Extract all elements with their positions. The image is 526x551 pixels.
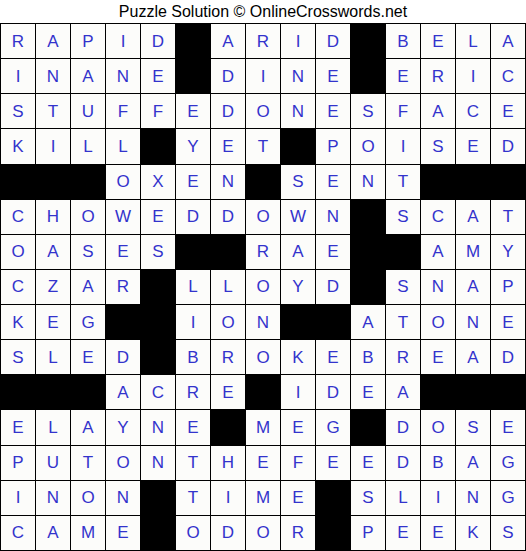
cell-letter: T bbox=[188, 489, 198, 506]
cell-letter: D bbox=[502, 138, 514, 155]
cell-letter: A bbox=[432, 103, 443, 120]
cell-letter: A bbox=[362, 314, 373, 331]
grid-cell: G bbox=[71, 305, 105, 339]
grid-cell: N bbox=[211, 165, 245, 199]
grid-cell: E bbox=[281, 481, 315, 515]
cell-letter: D bbox=[187, 208, 199, 225]
grid-cell: K bbox=[1, 305, 35, 339]
cell-letter: E bbox=[467, 138, 478, 155]
black-cell bbox=[211, 410, 245, 444]
grid-cell: N bbox=[456, 305, 490, 339]
black-cell bbox=[316, 481, 350, 515]
grid-cell: T bbox=[386, 305, 420, 339]
grid-cell: S bbox=[141, 235, 175, 269]
grid-cell: E bbox=[491, 410, 525, 444]
grid-cell: R bbox=[281, 516, 315, 550]
cell-letter: E bbox=[187, 103, 198, 120]
grid-cell: E bbox=[1, 410, 35, 444]
cell-letter: G bbox=[81, 314, 94, 331]
grid-cell: E bbox=[316, 340, 350, 374]
black-cell bbox=[141, 516, 175, 550]
grid-cell: E bbox=[141, 59, 175, 93]
grid-cell: S bbox=[281, 165, 315, 199]
grid-cell: E bbox=[176, 94, 210, 128]
grid-cell: N bbox=[316, 200, 350, 234]
cell-letter: D bbox=[152, 33, 164, 50]
cell-letter: N bbox=[362, 173, 374, 190]
grid-cell: E bbox=[71, 340, 105, 374]
cell-letter: L bbox=[188, 278, 197, 295]
grid-cell: E bbox=[421, 516, 455, 550]
crossword-grid: RAPIDARIDBELAINANEDINEERICSTUFFEDONESFAC… bbox=[0, 23, 526, 551]
cell-letter: I bbox=[16, 68, 21, 85]
cell-letter: T bbox=[48, 103, 58, 120]
grid-cell: A bbox=[456, 270, 490, 304]
grid-cell: L bbox=[36, 340, 70, 374]
cell-letter: R bbox=[187, 384, 199, 401]
cell-letter: A bbox=[82, 68, 93, 85]
cell-letter: R bbox=[117, 278, 129, 295]
cell-letter: L bbox=[48, 349, 57, 366]
cell-letter: A bbox=[47, 243, 58, 260]
black-cell bbox=[351, 200, 385, 234]
grid-cell: I bbox=[421, 481, 455, 515]
cell-letter: E bbox=[152, 208, 163, 225]
black-cell bbox=[351, 410, 385, 444]
grid-cell: E bbox=[316, 165, 350, 199]
grid-cell: Y bbox=[106, 410, 140, 444]
cell-letter: E bbox=[257, 454, 268, 471]
black-cell bbox=[71, 165, 105, 199]
cell-letter: T bbox=[398, 314, 408, 331]
grid-cell: N bbox=[421, 270, 455, 304]
grid-cell: O bbox=[246, 270, 280, 304]
grid-cell: S bbox=[71, 235, 105, 269]
black-cell bbox=[281, 305, 315, 339]
cell-letter: C bbox=[152, 384, 164, 401]
cell-letter: N bbox=[467, 314, 479, 331]
grid-cell: B bbox=[351, 340, 385, 374]
grid-cell: M bbox=[71, 516, 105, 550]
cell-letter: N bbox=[47, 68, 59, 85]
grid-cell: Y bbox=[281, 270, 315, 304]
grid-cell: E bbox=[281, 410, 315, 444]
cell-letter: E bbox=[152, 68, 163, 85]
cell-letter: O bbox=[11, 243, 24, 260]
grid-cell: D bbox=[211, 516, 245, 550]
grid-cell: O bbox=[421, 410, 455, 444]
grid-cell: R bbox=[386, 340, 420, 374]
cell-letter: E bbox=[292, 489, 303, 506]
grid-cell: D bbox=[491, 340, 525, 374]
cell-letter: D bbox=[327, 278, 339, 295]
grid-cell: I bbox=[36, 129, 70, 163]
grid-cell: R bbox=[246, 24, 280, 58]
cell-letter: E bbox=[327, 68, 338, 85]
grid-cell: C bbox=[1, 270, 35, 304]
grid-cell: E bbox=[386, 516, 420, 550]
cell-letter: I bbox=[261, 68, 266, 85]
grid-cell: D bbox=[106, 340, 140, 374]
cell-letter: D bbox=[222, 524, 234, 541]
cell-letter: E bbox=[362, 454, 373, 471]
cell-letter: G bbox=[326, 419, 339, 436]
cell-letter: I bbox=[226, 489, 231, 506]
black-cell bbox=[141, 305, 175, 339]
grid-cell: O bbox=[246, 516, 280, 550]
grid-cell: L bbox=[36, 410, 70, 444]
cell-letter: I bbox=[436, 489, 441, 506]
grid-cell: E bbox=[316, 446, 350, 480]
cell-letter: B bbox=[397, 33, 408, 50]
grid-cell: L bbox=[71, 129, 105, 163]
cell-letter: O bbox=[431, 419, 444, 436]
cell-letter: O bbox=[361, 138, 374, 155]
cell-letter: A bbox=[432, 243, 443, 260]
grid-cell: L bbox=[176, 270, 210, 304]
cell-letter: N bbox=[432, 278, 444, 295]
cell-letter: A bbox=[117, 384, 128, 401]
cell-letter: N bbox=[292, 103, 304, 120]
grid-cell: A bbox=[71, 410, 105, 444]
grid-cell: I bbox=[1, 59, 35, 93]
grid-cell: T bbox=[36, 94, 70, 128]
cell-letter: R bbox=[257, 243, 269, 260]
cell-letter: O bbox=[186, 524, 199, 541]
cell-letter: M bbox=[466, 243, 480, 260]
grid-cell: N bbox=[106, 59, 140, 93]
grid-cell: S bbox=[386, 200, 420, 234]
cell-letter: P bbox=[12, 454, 23, 471]
cell-letter: A bbox=[82, 278, 93, 295]
grid-cell: F bbox=[386, 94, 420, 128]
grid-cell: S bbox=[1, 94, 35, 128]
cell-letter: A bbox=[82, 419, 93, 436]
grid-cell: D bbox=[316, 375, 350, 409]
grid-cell: A bbox=[36, 24, 70, 58]
grid-cell: N bbox=[281, 59, 315, 93]
black-cell bbox=[456, 375, 490, 409]
grid-cell: E bbox=[456, 129, 490, 163]
grid-cell: A bbox=[421, 94, 455, 128]
grid-cell: A bbox=[71, 270, 105, 304]
grid-cell: A bbox=[456, 340, 490, 374]
black-cell bbox=[351, 59, 385, 93]
grid-cell: S bbox=[491, 516, 525, 550]
cell-letter: A bbox=[467, 454, 478, 471]
cell-letter: E bbox=[432, 524, 443, 541]
black-cell bbox=[141, 481, 175, 515]
cell-letter: A bbox=[502, 33, 513, 50]
page-title: Puzzle Solution © OnlineCrosswords.net bbox=[119, 3, 407, 21]
grid-cell: A bbox=[36, 516, 70, 550]
cell-letter: S bbox=[362, 103, 373, 120]
cell-letter: B bbox=[187, 349, 198, 366]
cell-letter: G bbox=[501, 489, 514, 506]
cell-letter: L bbox=[118, 138, 127, 155]
grid-cell: E bbox=[316, 235, 350, 269]
grid-cell: C bbox=[491, 59, 525, 93]
cell-letter: F bbox=[153, 103, 163, 120]
grid-cell: A bbox=[456, 200, 490, 234]
black-cell bbox=[176, 59, 210, 93]
cell-letter: Y bbox=[187, 138, 198, 155]
black-cell bbox=[421, 165, 455, 199]
cell-letter: C bbox=[432, 208, 444, 225]
cell-letter: D bbox=[397, 454, 409, 471]
cell-letter: S bbox=[397, 278, 408, 295]
cell-letter: P bbox=[327, 138, 338, 155]
grid-cell: S bbox=[456, 410, 490, 444]
cell-letter: I bbox=[401, 138, 406, 155]
cell-letter: C bbox=[12, 208, 24, 225]
grid-cell: E bbox=[351, 446, 385, 480]
cell-letter: I bbox=[16, 489, 21, 506]
puzzle-solution-page: Puzzle Solution © OnlineCrosswords.net R… bbox=[0, 0, 526, 551]
cell-letter: N bbox=[222, 173, 234, 190]
grid-cell: X bbox=[141, 165, 175, 199]
cell-letter: O bbox=[81, 208, 94, 225]
grid-cell: B bbox=[421, 446, 455, 480]
cell-letter: T bbox=[503, 208, 513, 225]
cell-letter: B bbox=[432, 454, 443, 471]
cell-letter: B bbox=[362, 349, 373, 366]
cell-letter: R bbox=[12, 33, 24, 50]
grid-cell: A bbox=[106, 375, 140, 409]
cell-letter: A bbox=[467, 208, 478, 225]
grid-cell: R bbox=[176, 375, 210, 409]
cell-letter: N bbox=[327, 208, 339, 225]
grid-cell: D bbox=[176, 200, 210, 234]
grid-cell: N bbox=[141, 410, 175, 444]
grid-cell: I bbox=[386, 129, 420, 163]
cell-letter: E bbox=[362, 384, 373, 401]
grid-cell: N bbox=[36, 481, 70, 515]
black-cell bbox=[351, 270, 385, 304]
cell-letter: Y bbox=[502, 243, 513, 260]
grid-cell: D bbox=[386, 410, 420, 444]
cell-letter: E bbox=[222, 138, 233, 155]
grid-cell: R bbox=[246, 235, 280, 269]
cell-letter: I bbox=[51, 138, 56, 155]
cell-letter: L bbox=[398, 489, 407, 506]
grid-cell: E bbox=[106, 516, 140, 550]
grid-cell: L bbox=[456, 24, 490, 58]
grid-cell: I bbox=[281, 24, 315, 58]
cell-letter: E bbox=[327, 349, 338, 366]
grid-cell: I bbox=[456, 59, 490, 93]
grid-cell: O bbox=[211, 305, 245, 339]
cell-letter: D bbox=[397, 419, 409, 436]
grid-cell: D bbox=[316, 270, 350, 304]
cell-letter: O bbox=[256, 208, 269, 225]
cell-letter: R bbox=[257, 33, 269, 50]
grid-cell: E bbox=[176, 410, 210, 444]
grid-cell: T bbox=[176, 446, 210, 480]
grid-cell: I bbox=[106, 24, 140, 58]
grid-cell: H bbox=[36, 200, 70, 234]
black-cell bbox=[176, 235, 210, 269]
grid-cell: E bbox=[316, 94, 350, 128]
title-bar: Puzzle Solution © OnlineCrosswords.net bbox=[0, 0, 526, 23]
cell-letter: O bbox=[221, 314, 234, 331]
black-cell bbox=[421, 375, 455, 409]
black-cell bbox=[246, 375, 280, 409]
cell-letter: D bbox=[222, 103, 234, 120]
cell-letter: E bbox=[327, 173, 338, 190]
cell-letter: K bbox=[12, 314, 23, 331]
cell-letter: D bbox=[222, 208, 234, 225]
cell-letter: Y bbox=[117, 419, 128, 436]
grid-cell: N bbox=[246, 305, 280, 339]
black-cell bbox=[351, 24, 385, 58]
grid-cell: T bbox=[491, 200, 525, 234]
black-cell bbox=[141, 129, 175, 163]
cell-letter: N bbox=[117, 489, 129, 506]
cell-letter: N bbox=[467, 489, 479, 506]
cell-letter: P bbox=[82, 33, 93, 50]
cell-letter: E bbox=[187, 173, 198, 190]
grid-cell: L bbox=[106, 129, 140, 163]
grid-cell: A bbox=[351, 305, 385, 339]
grid-cell: D bbox=[211, 200, 245, 234]
cell-letter: A bbox=[47, 33, 58, 50]
cell-letter: O bbox=[256, 278, 269, 295]
cell-letter: D bbox=[327, 33, 339, 50]
black-cell bbox=[1, 375, 35, 409]
cell-letter: O bbox=[81, 489, 94, 506]
grid-cell: C bbox=[1, 200, 35, 234]
cell-letter: S bbox=[12, 103, 23, 120]
cell-letter: O bbox=[116, 173, 129, 190]
cell-letter: N bbox=[152, 419, 164, 436]
cell-letter: A bbox=[292, 243, 303, 260]
grid-cell: P bbox=[351, 516, 385, 550]
black-cell bbox=[456, 165, 490, 199]
cell-letter: E bbox=[117, 243, 128, 260]
black-cell bbox=[106, 305, 140, 339]
cell-letter: A bbox=[467, 278, 478, 295]
cell-letter: E bbox=[117, 524, 128, 541]
cell-letter: O bbox=[256, 524, 269, 541]
grid-cell: C bbox=[421, 200, 455, 234]
cell-letter: R bbox=[292, 524, 304, 541]
cell-letter: M bbox=[81, 524, 95, 541]
grid-cell: O bbox=[246, 200, 280, 234]
grid-cell: G bbox=[316, 410, 350, 444]
grid-cell: U bbox=[71, 94, 105, 128]
grid-cell: H bbox=[211, 446, 245, 480]
grid-cell: Y bbox=[176, 129, 210, 163]
cell-letter: Y bbox=[292, 278, 303, 295]
grid-cell: M bbox=[456, 235, 490, 269]
cell-letter: F bbox=[398, 103, 408, 120]
grid-cell: E bbox=[351, 375, 385, 409]
grid-cell: Y bbox=[491, 235, 525, 269]
grid-cell: W bbox=[106, 200, 140, 234]
black-cell bbox=[1, 165, 35, 199]
cell-letter: N bbox=[47, 489, 59, 506]
grid-cell: O bbox=[351, 129, 385, 163]
grid-cell: O bbox=[71, 200, 105, 234]
grid-cell: K bbox=[281, 340, 315, 374]
cell-letter: F bbox=[118, 103, 128, 120]
grid-cell: Z bbox=[36, 270, 70, 304]
cell-letter: K bbox=[467, 524, 478, 541]
grid-cell: E bbox=[491, 94, 525, 128]
cell-letter: E bbox=[327, 243, 338, 260]
cell-letter: R bbox=[397, 349, 409, 366]
cell-letter: N bbox=[117, 68, 129, 85]
grid-cell: F bbox=[281, 446, 315, 480]
cell-letter: W bbox=[115, 208, 131, 225]
grid-cell: M bbox=[246, 410, 280, 444]
cell-letter: E bbox=[397, 68, 408, 85]
grid-cell: W bbox=[281, 200, 315, 234]
cell-letter: C bbox=[502, 68, 514, 85]
black-cell bbox=[281, 129, 315, 163]
grid-cell: P bbox=[491, 270, 525, 304]
grid-cell: R bbox=[1, 24, 35, 58]
cell-letter: O bbox=[256, 103, 269, 120]
grid-cell: I bbox=[176, 305, 210, 339]
grid-cell: E bbox=[491, 305, 525, 339]
grid-cell: T bbox=[71, 446, 105, 480]
grid-cell: N bbox=[281, 94, 315, 128]
cell-letter: I bbox=[471, 68, 476, 85]
cell-letter: L bbox=[48, 419, 57, 436]
grid-cell: N bbox=[141, 446, 175, 480]
grid-cell: I bbox=[211, 481, 245, 515]
grid-cell: E bbox=[106, 235, 140, 269]
cell-letter: S bbox=[432, 138, 443, 155]
grid-cell: E bbox=[36, 305, 70, 339]
grid-cell: A bbox=[386, 375, 420, 409]
grid-cell: D bbox=[386, 446, 420, 480]
cell-letter: I bbox=[296, 33, 301, 50]
grid-cell: S bbox=[351, 481, 385, 515]
cell-letter: E bbox=[327, 454, 338, 471]
cell-letter: S bbox=[397, 208, 408, 225]
grid-cell: D bbox=[491, 129, 525, 163]
cell-letter: H bbox=[222, 454, 234, 471]
cell-letter: N bbox=[292, 68, 304, 85]
cell-letter: S bbox=[467, 419, 478, 436]
grid-cell: D bbox=[211, 94, 245, 128]
grid-cell: B bbox=[386, 24, 420, 58]
grid-cell: O bbox=[176, 516, 210, 550]
cell-letter: R bbox=[222, 349, 234, 366]
grid-cell: R bbox=[211, 340, 245, 374]
grid-cell: S bbox=[351, 94, 385, 128]
grid-cell: N bbox=[456, 481, 490, 515]
cell-letter: H bbox=[47, 208, 59, 225]
cell-letter: X bbox=[152, 173, 163, 190]
black-cell bbox=[491, 165, 525, 199]
grid-cell: O bbox=[1, 235, 35, 269]
cell-letter: O bbox=[256, 349, 269, 366]
cell-letter: L bbox=[468, 33, 477, 50]
cell-letter: E bbox=[222, 384, 233, 401]
black-cell bbox=[351, 235, 385, 269]
cell-letter: E bbox=[47, 314, 58, 331]
black-cell bbox=[491, 375, 525, 409]
grid-cell: E bbox=[316, 59, 350, 93]
cell-letter: U bbox=[47, 454, 59, 471]
grid-cell: T bbox=[246, 129, 280, 163]
cell-letter: E bbox=[502, 419, 513, 436]
grid-cell: A bbox=[491, 24, 525, 58]
